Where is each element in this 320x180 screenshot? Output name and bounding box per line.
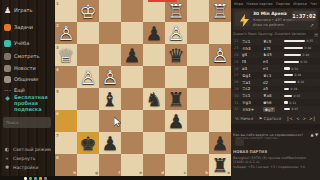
news-icon	[4, 65, 11, 72]
square-b6[interactable]	[187, 110, 209, 132]
white-move[interactable]: ♖c2	[242, 86, 263, 91]
right-panel: ИграНовая партияПартииИгрокиЧат 30 Min А…	[231, 0, 320, 180]
square-d7[interactable]	[143, 132, 165, 154]
file-label: g	[95, 170, 98, 175]
white-piece: ♔	[77, 0, 99, 22]
move-row[interactable]: 32♕h3+♚g70:07	[231, 106, 320, 113]
square-c3[interactable]: ♛	[165, 44, 187, 66]
tournament-clock: 1:37:02	[292, 11, 316, 21]
sidebar-footer-collapse[interactable]: «Свернуть	[4, 155, 35, 161]
rank-label: 8	[56, 155, 59, 160]
square-g6[interactable]	[77, 110, 99, 132]
black-piece: ♛	[165, 44, 187, 66]
square-a1[interactable]: ♖	[209, 0, 231, 22]
move-time: 0:33	[301, 60, 308, 64]
file-label: e	[139, 170, 142, 175]
square-f7[interactable]: ♟	[99, 132, 121, 154]
square-b7[interactable]	[187, 132, 209, 154]
black-move[interactable]: ♞d5	[263, 52, 284, 57]
square-f2[interactable]	[99, 22, 121, 44]
panel-tabs: ИграНовая партияПартииИгрокиЧат	[231, 0, 320, 8]
sidebar-item-label: Задачи	[14, 24, 33, 30]
square-e7[interactable]	[121, 132, 143, 154]
white-piece: ♙	[99, 66, 121, 88]
square-g5[interactable]	[77, 88, 99, 110]
file-label: d	[161, 170, 164, 175]
square-a2[interactable]	[209, 22, 231, 44]
sidebar-item-label: Общение	[14, 76, 38, 82]
move-time: 0:40	[303, 53, 310, 57]
square-h1[interactable]: 1	[55, 0, 77, 22]
black-piece: ♟	[143, 22, 165, 44]
white-piece: ♖	[209, 0, 231, 22]
black-piece: ♟	[99, 132, 121, 154]
square-d5[interactable]: ♞	[143, 88, 165, 110]
time-bar	[284, 108, 290, 110]
free-trial-label: Бесплатная пробная подписка	[14, 94, 48, 112]
draw-icon: ½	[235, 116, 239, 121]
mouse-cursor	[114, 117, 122, 127]
sidebar-item-1[interactable]: ♟Играть	[4, 5, 32, 15]
square-b8[interactable]: b	[187, 154, 209, 176]
move-row[interactable]: 26a3e30:31	[231, 65, 320, 72]
black-move[interactable]: ♜c5	[263, 39, 284, 44]
square-a8[interactable]: ♜a	[209, 154, 231, 176]
black-piece: ♟	[165, 110, 187, 132]
rank-label: 4	[56, 67, 59, 72]
square-g1[interactable]: ♔	[77, 0, 99, 22]
black-piece: ♝	[99, 88, 121, 110]
time-bar	[284, 74, 293, 76]
square-d6[interactable]	[143, 110, 165, 132]
black-move[interactable]: d2	[263, 80, 284, 85]
move-time: 0:07	[292, 107, 299, 111]
move-row[interactable]: 24g4♞d50:40	[231, 52, 320, 59]
square-b4[interactable]	[187, 66, 209, 88]
square-g3[interactable]	[77, 44, 99, 66]
thumb-down-icon[interactable]: ▼	[315, 132, 318, 137]
black-move[interactable]: ♝f5	[263, 46, 284, 51]
square-e1[interactable]	[121, 0, 143, 22]
black-move[interactable]: ♜a8	[263, 93, 284, 98]
file-label: f	[118, 170, 120, 175]
white-piece: ♙	[209, 44, 231, 66]
file-label: h	[73, 170, 76, 175]
game-controls: ½ Ничья ⚑ Сдаться |< < > >|	[231, 113, 320, 123]
square-d4[interactable]	[143, 66, 165, 88]
rank-label: 6	[56, 111, 59, 116]
square-f8[interactable]: f	[99, 154, 121, 176]
square-c8[interactable]: c	[165, 154, 187, 176]
time-bar	[284, 40, 305, 42]
tournament-box[interactable]: 30 Min Арена Классика • 487 игроков Игра…	[233, 9, 318, 30]
move-row[interactable]: 25f4e40:33	[231, 58, 320, 65]
time-bar	[284, 88, 289, 90]
time-bar	[284, 81, 296, 83]
time-bar	[284, 54, 301, 56]
square-d2[interactable]: ♟	[143, 22, 165, 44]
move-row[interactable]: 27♔g1♛c30:28	[231, 72, 320, 79]
move-list[interactable]: 22♖c1♜c50:5523♕h3♝f50:4824g4♞d50:4025f4e…	[231, 38, 320, 113]
time-bar	[284, 47, 303, 49]
square-h4[interactable]: 4	[55, 66, 77, 88]
time-bar	[284, 101, 288, 103]
square-h5[interactable]: 5	[55, 88, 77, 110]
square-h8[interactable]: 8h	[55, 154, 77, 176]
rank-label: 2	[56, 23, 59, 28]
sidebar-footer-gear[interactable]: ✱Настройки	[4, 164, 38, 170]
square-f1[interactable]	[99, 0, 121, 22]
time-bar	[284, 67, 290, 69]
black-piece: ♟	[209, 132, 231, 154]
diamond-icon: ◆	[4, 94, 11, 101]
square-e3[interactable]: ♟	[121, 44, 143, 66]
square-b3[interactable]	[187, 44, 209, 66]
white-move[interactable]: ♕h3	[242, 46, 263, 51]
square-c5[interactable]: ♜	[165, 88, 187, 110]
square-g7[interactable]: ♚	[77, 132, 99, 154]
collapse-list-icon[interactable]: ▤	[314, 32, 318, 37]
tv-icon	[4, 53, 11, 60]
square-d3[interactable]	[143, 44, 165, 66]
community-icon	[4, 76, 11, 83]
square-h7[interactable]: 7	[55, 132, 77, 154]
move-time: 0:55	[307, 39, 314, 43]
square-a6[interactable]	[209, 110, 231, 132]
move-row[interactable]: 23♕h3♝f50:48	[231, 45, 320, 52]
square-e5[interactable]	[121, 88, 143, 110]
move-row[interactable]: 22♖c1♜c50:55	[231, 38, 320, 45]
gear-icon: ✱	[4, 164, 10, 170]
square-f4[interactable]: ♙	[99, 66, 121, 88]
chat-bubble-icon[interactable]	[235, 139, 244, 146]
opening-name: Queen's Pawn Opening: Zukertort Variatio…	[233, 32, 306, 36]
black-piece: ♟	[121, 44, 143, 66]
move-time: 0:31	[292, 67, 299, 71]
square-a5[interactable]	[209, 88, 231, 110]
pawn-icon: ♟	[4, 7, 11, 14]
black-piece: ♞	[143, 88, 165, 110]
move-row[interactable]: 29♖c2a50:19	[231, 86, 320, 93]
rank-label: 3	[56, 45, 59, 50]
bottom-strip	[0, 176, 231, 180]
sidebar-item-label: Учёба	[14, 40, 29, 46]
thumb-up-icon[interactable]: ▲	[311, 132, 314, 137]
black-move[interactable]: ♛c3	[263, 73, 284, 78]
square-c7[interactable]	[165, 132, 187, 154]
sidebar-item-label: Смотреть	[14, 53, 39, 59]
sidebar-item-label: Новости	[14, 65, 36, 71]
move-time: 0:22	[298, 80, 305, 84]
sidebar-item-3[interactable]: Учёба	[4, 38, 29, 48]
square-h6[interactable]: 6	[55, 110, 77, 132]
square-d1[interactable]	[143, 0, 165, 22]
sidebar-item-6[interactable]: Общение	[4, 74, 38, 84]
square-e6[interactable]	[121, 110, 143, 132]
opening-name-row[interactable]: Queen's Pawn Opening: Zukertort Variatio…	[233, 31, 318, 37]
recording-bar	[148, 0, 177, 2]
chess-board[interactable]: 1♔♖♖♙2♟♙♕3♟♛♙4♙♙5♝♞♜6♟7♚♟♟8hgfedcb♜a	[55, 0, 231, 176]
file-label: c	[184, 170, 186, 175]
square-c4[interactable]	[165, 66, 187, 88]
collapse-icon: «	[4, 155, 10, 161]
square-a3[interactable]: ♙	[209, 44, 231, 66]
panel-tab-2[interactable]: Новая партия	[246, 2, 272, 6]
black-move[interactable]: e3	[263, 66, 284, 71]
time-bar	[284, 61, 299, 63]
square-b2[interactable]	[187, 22, 209, 44]
white-move[interactable]: f4	[242, 59, 263, 64]
move-time: 0:28	[295, 73, 302, 77]
white-move[interactable]: ♖a1	[242, 80, 263, 85]
square-a7[interactable]: ♟	[209, 132, 231, 154]
move-time: 0:19	[291, 87, 298, 91]
white-piece: ♙	[165, 22, 187, 44]
white-piece: ♖	[165, 0, 187, 22]
status-strip: зритель смотрит партию…	[231, 124, 320, 130]
sidebar-item-label: Играть	[14, 7, 32, 13]
sidebar-item-7[interactable]: •••Ещё	[4, 85, 25, 95]
chat-line: победа: +50 / ничья: +1 / поражение: +0	[233, 165, 318, 170]
white-move[interactable]: ♖c1	[242, 93, 263, 98]
move-time: 0:15	[294, 94, 301, 98]
square-g4[interactable]: ♙	[77, 66, 99, 88]
rank-label: 5	[56, 89, 59, 94]
black-move[interactable]: ♚g7	[263, 107, 284, 112]
square-e8[interactable]: e	[121, 154, 143, 176]
move-time: 0:48	[305, 46, 312, 50]
rank-label: 1	[56, 1, 59, 6]
black-move[interactable]: a5	[263, 86, 284, 91]
share-icon[interactable]: ↗	[310, 22, 314, 28]
square-g8[interactable]: g	[77, 154, 99, 176]
square-c1[interactable]: ♖	[165, 0, 187, 22]
file-label: b	[205, 170, 208, 175]
white-move[interactable]: ♔g1	[242, 73, 263, 78]
resign-button[interactable]: ⚑ Сдаться	[259, 116, 281, 121]
square-d8[interactable]: d	[143, 154, 165, 176]
sidebar-footer-theme[interactable]: ◐Светлый режим	[4, 146, 51, 152]
square-e2[interactable]	[121, 22, 143, 44]
square-c2[interactable]: ♙	[165, 22, 187, 44]
panel-tab-4[interactable]: Игроки	[293, 2, 307, 6]
panel-tab-5[interactable]: Чат	[310, 2, 317, 6]
theme-icon: ◐	[4, 146, 10, 152]
chat-section: НОВАЯ ПАРТИЯ Baczgfoul (1978) (8) против…	[233, 149, 318, 169]
black-move[interactable]: ♚h6	[263, 100, 284, 105]
rated-label: Игра на рейтинг	[253, 23, 284, 27]
white-move[interactable]: g4	[242, 52, 263, 57]
time-bar	[284, 95, 292, 97]
more-icon: •••	[4, 87, 11, 94]
graduation-icon	[4, 40, 11, 47]
white-move[interactable]: a3	[242, 66, 263, 71]
white-move[interactable]: ♕h3+	[242, 107, 263, 112]
square-b1[interactable]	[187, 0, 209, 22]
puzzle-icon	[4, 24, 11, 31]
move-row[interactable]: 30♖c1♜a80:15	[231, 92, 320, 99]
square-f5[interactable]: ♝	[99, 88, 121, 110]
white-move[interactable]: ♖c1	[242, 39, 263, 44]
search-placeholder: Поиск	[6, 120, 19, 125]
black-piece: ♚	[77, 132, 99, 154]
rank-label: 7	[56, 133, 59, 138]
conduct-prompt: Как вы себя ведёте на соревнованиях? ▲ ▼	[233, 132, 318, 137]
white-piece: ♙	[77, 66, 99, 88]
square-b5[interactable]	[187, 88, 209, 110]
prompt-question: Как вы себя ведёте на соревнованиях?	[233, 133, 303, 137]
panel-tab-1[interactable]: Игра	[234, 2, 243, 6]
chat-header: НОВАЯ ПАРТИЯ	[233, 149, 318, 154]
panel-tab-3[interactable]: Партии	[276, 2, 290, 6]
draw-button[interactable]: ½ Ничья	[235, 116, 253, 121]
file-label: a	[227, 170, 230, 175]
square-h3[interactable]: ♕3	[55, 44, 77, 66]
sidebar-item-free-trial[interactable]: ◆ Бесплатная пробная подписка	[4, 94, 48, 112]
square-c6[interactable]: ♟	[165, 110, 187, 132]
tournament-title: 30 Min Арена	[253, 11, 287, 16]
flag-icon: ⚑	[259, 116, 263, 121]
square-h2[interactable]: ♙2	[55, 22, 77, 44]
search-input[interactable]: Поиск	[3, 117, 51, 128]
sidebar-item-label: Ещё	[14, 87, 25, 93]
move-row[interactable]: 28♖a1d20:22	[231, 79, 320, 86]
move-nav-buttons[interactable]: |< < > >|	[287, 116, 316, 121]
square-g2[interactable]	[77, 22, 99, 44]
black-move[interactable]: e4	[263, 59, 284, 64]
sidebar-item-2[interactable]: Задачи	[4, 22, 33, 32]
sidebar-item-5[interactable]: Новости	[4, 63, 36, 73]
move-time: 0:11	[290, 101, 297, 105]
white-move[interactable]: ♕g3	[242, 100, 263, 105]
square-a4[interactable]	[209, 66, 231, 88]
move-row[interactable]: 31♕g3♚h60:11	[231, 99, 320, 106]
sidebar-item-4[interactable]: Смотреть	[4, 51, 39, 61]
black-piece: ♜	[165, 88, 187, 110]
lightning-icon	[235, 11, 250, 26]
square-f3[interactable]	[99, 44, 121, 66]
square-e4[interactable]	[121, 66, 143, 88]
